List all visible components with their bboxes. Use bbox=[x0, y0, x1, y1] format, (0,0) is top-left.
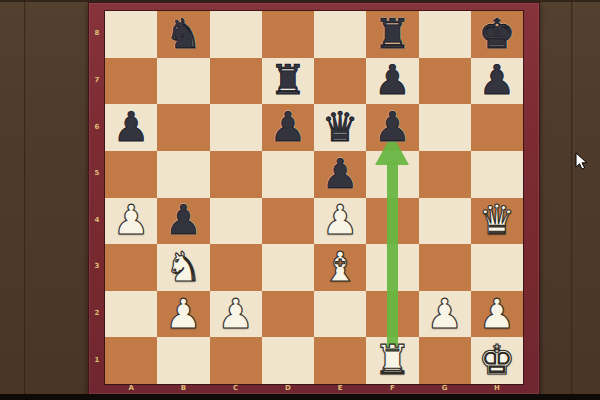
square-h1[interactable]: ♚ bbox=[471, 337, 523, 384]
rank-label-7: 7 bbox=[90, 76, 104, 84]
square-g7[interactable] bbox=[419, 58, 471, 105]
square-e1[interactable] bbox=[314, 337, 366, 384]
square-a1[interactable] bbox=[105, 337, 157, 384]
square-h8[interactable]: ♚ bbox=[471, 11, 523, 58]
piece-black-knight-b8[interactable]: ♞ bbox=[165, 14, 202, 55]
square-e3[interactable]: ♝ bbox=[314, 244, 366, 291]
square-g3[interactable] bbox=[419, 244, 471, 291]
wood-plank-seam-right bbox=[571, 0, 574, 400]
square-a2[interactable] bbox=[105, 291, 157, 338]
board-frame: ♞♜♚♜♟♟♟♟♛♟♟♟♟♟♛♞♝♟♟♟♟♜♚ 87654321ABCDEFGH bbox=[88, 2, 540, 395]
square-h2[interactable]: ♟ bbox=[471, 291, 523, 338]
piece-white-rook-f1[interactable]: ♜ bbox=[374, 340, 411, 381]
square-h4[interactable]: ♛ bbox=[471, 198, 523, 245]
rank-label-6: 6 bbox=[90, 123, 104, 131]
file-label-c: C bbox=[226, 384, 246, 392]
square-b5[interactable] bbox=[157, 151, 209, 198]
piece-white-pawn-e4[interactable]: ♟ bbox=[322, 200, 359, 241]
square-f1[interactable]: ♜ bbox=[366, 337, 418, 384]
square-g8[interactable] bbox=[419, 11, 471, 58]
move-arrow-line bbox=[387, 162, 398, 362]
piece-black-pawn-b4[interactable]: ♟ bbox=[165, 200, 202, 241]
square-a6[interactable]: ♟ bbox=[105, 104, 157, 151]
square-g6[interactable] bbox=[419, 104, 471, 151]
file-label-e: E bbox=[330, 384, 350, 392]
rank-label-2: 2 bbox=[90, 309, 104, 317]
rank-label-3: 3 bbox=[90, 262, 104, 270]
piece-black-pawn-a6[interactable]: ♟ bbox=[113, 107, 150, 148]
square-b8[interactable]: ♞ bbox=[157, 11, 209, 58]
rank-label-1: 1 bbox=[90, 356, 104, 364]
square-e2[interactable] bbox=[314, 291, 366, 338]
file-label-h: H bbox=[487, 384, 507, 392]
piece-white-pawn-c2[interactable]: ♟ bbox=[217, 294, 254, 335]
piece-black-pawn-h7[interactable]: ♟ bbox=[478, 60, 515, 101]
square-b4[interactable]: ♟ bbox=[157, 198, 209, 245]
square-b1[interactable] bbox=[157, 337, 209, 384]
square-c3[interactable] bbox=[210, 244, 262, 291]
square-a3[interactable] bbox=[105, 244, 157, 291]
rank-label-8: 8 bbox=[90, 29, 104, 37]
piece-white-pawn-g2[interactable]: ♟ bbox=[426, 294, 463, 335]
rank-label-5: 5 bbox=[90, 169, 104, 177]
piece-black-pawn-d6[interactable]: ♟ bbox=[269, 107, 306, 148]
square-e6[interactable]: ♛ bbox=[314, 104, 366, 151]
square-h5[interactable] bbox=[471, 151, 523, 198]
square-f6[interactable]: ♟ bbox=[366, 104, 418, 151]
piece-black-queen-e6[interactable]: ♛ bbox=[322, 107, 359, 148]
square-b3[interactable]: ♞ bbox=[157, 244, 209, 291]
piece-white-pawn-a4[interactable]: ♟ bbox=[113, 200, 150, 241]
square-c5[interactable] bbox=[210, 151, 262, 198]
file-label-a: A bbox=[121, 384, 141, 392]
square-d5[interactable] bbox=[262, 151, 314, 198]
square-c2[interactable]: ♟ bbox=[210, 291, 262, 338]
square-d4[interactable] bbox=[262, 198, 314, 245]
square-h7[interactable]: ♟ bbox=[471, 58, 523, 105]
piece-black-pawn-e5[interactable]: ♟ bbox=[322, 154, 359, 195]
piece-black-king-h8[interactable]: ♚ bbox=[478, 14, 515, 55]
piece-white-bishop-e3[interactable]: ♝ bbox=[322, 247, 359, 288]
square-h3[interactable] bbox=[471, 244, 523, 291]
file-label-b: B bbox=[173, 384, 193, 392]
square-d1[interactable] bbox=[262, 337, 314, 384]
square-h6[interactable] bbox=[471, 104, 523, 151]
file-label-f: F bbox=[382, 384, 402, 392]
bottom-letterbox-bar bbox=[0, 394, 600, 400]
file-label-g: G bbox=[435, 384, 455, 392]
app-window: ♞♜♚♜♟♟♟♟♛♟♟♟♟♟♛♞♝♟♟♟♟♜♚ 87654321ABCDEFGH bbox=[0, 0, 600, 400]
square-e5[interactable]: ♟ bbox=[314, 151, 366, 198]
square-g5[interactable] bbox=[419, 151, 471, 198]
piece-white-knight-b3[interactable]: ♞ bbox=[165, 247, 202, 288]
rank-label-4: 4 bbox=[90, 216, 104, 224]
square-e4[interactable]: ♟ bbox=[314, 198, 366, 245]
piece-black-pawn-f7[interactable]: ♟ bbox=[374, 60, 411, 101]
square-a4[interactable]: ♟ bbox=[105, 198, 157, 245]
file-label-d: D bbox=[278, 384, 298, 392]
piece-white-queen-h4[interactable]: ♛ bbox=[478, 200, 515, 241]
square-d2[interactable] bbox=[262, 291, 314, 338]
square-a7[interactable] bbox=[105, 58, 157, 105]
mouse-cursor-icon bbox=[575, 152, 589, 172]
piece-white-king-h1[interactable]: ♚ bbox=[478, 340, 515, 381]
square-d8[interactable] bbox=[262, 11, 314, 58]
square-b7[interactable] bbox=[157, 58, 209, 105]
square-g4[interactable] bbox=[419, 198, 471, 245]
square-e8[interactable] bbox=[314, 11, 366, 58]
square-e7[interactable] bbox=[314, 58, 366, 105]
square-c1[interactable] bbox=[210, 337, 262, 384]
square-g2[interactable]: ♟ bbox=[419, 291, 471, 338]
square-c4[interactable] bbox=[210, 198, 262, 245]
piece-black-pawn-f6[interactable]: ♟ bbox=[374, 107, 411, 148]
square-d3[interactable] bbox=[262, 244, 314, 291]
board-squares: ♞♜♚♜♟♟♟♟♛♟♟♟♟♟♛♞♝♟♟♟♟♜♚ bbox=[105, 11, 523, 384]
piece-black-rook-d7[interactable]: ♜ bbox=[269, 60, 306, 101]
square-a8[interactable] bbox=[105, 11, 157, 58]
square-c7[interactable] bbox=[210, 58, 262, 105]
piece-white-pawn-h2[interactable]: ♟ bbox=[478, 294, 515, 335]
square-b6[interactable] bbox=[157, 104, 209, 151]
piece-white-pawn-b2[interactable]: ♟ bbox=[165, 294, 202, 335]
square-c8[interactable] bbox=[210, 11, 262, 58]
square-f7[interactable]: ♟ bbox=[366, 58, 418, 105]
square-d6[interactable]: ♟ bbox=[262, 104, 314, 151]
wood-plank-seam-left bbox=[24, 0, 27, 400]
piece-black-rook-f8[interactable]: ♜ bbox=[374, 14, 411, 55]
square-b2[interactable]: ♟ bbox=[157, 291, 209, 338]
square-c6[interactable] bbox=[210, 104, 262, 151]
square-f8[interactable]: ♜ bbox=[366, 11, 418, 58]
square-d7[interactable]: ♜ bbox=[262, 58, 314, 105]
square-a5[interactable] bbox=[105, 151, 157, 198]
square-g1[interactable] bbox=[419, 337, 471, 384]
